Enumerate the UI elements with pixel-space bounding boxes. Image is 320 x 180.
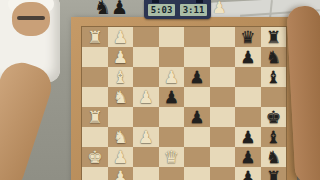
square-b3[interactable] [133, 47, 159, 67]
square-h1[interactable] [82, 167, 108, 180]
clock-button-right[interactable] [196, 0, 203, 3]
piece-wR-e1[interactable]: ♜ [87, 108, 102, 127]
square-f5[interactable] [184, 127, 210, 147]
piece-wP-f3[interactable]: ♟ [138, 128, 153, 147]
piece-bR-h8[interactable]: ♜ [266, 168, 281, 180]
square-b4[interactable] [159, 47, 185, 67]
piece-bP-f7[interactable]: ♟ [240, 128, 255, 147]
white-player-glasses [17, 16, 45, 20]
square-h2[interactable]: ♟ [108, 167, 134, 180]
square-b2[interactable]: ♟ [108, 47, 134, 67]
square-h6[interactable] [210, 167, 236, 180]
piece-bP-h7[interactable]: ♟ [240, 168, 255, 180]
piece-bR-a8[interactable]: ♜ [266, 28, 281, 47]
piece-bN-g8[interactable]: ♞ [266, 148, 281, 167]
square-a7[interactable]: ♛ [235, 27, 261, 47]
piece-wP-a2[interactable]: ♟ [113, 28, 128, 47]
square-f1[interactable] [82, 127, 108, 147]
piece-bP-e5[interactable]: ♟ [189, 108, 204, 127]
piece-wP-h2[interactable]: ♟ [113, 168, 128, 180]
square-c2[interactable]: ♝ [108, 67, 134, 87]
square-h8[interactable]: ♜ [261, 167, 287, 180]
square-f6[interactable] [210, 127, 236, 147]
piece-wN-d2[interactable]: ♞ [113, 88, 128, 107]
square-c5[interactable]: ♟ [184, 67, 210, 87]
piece-wQ-g4[interactable]: ♛ [164, 148, 179, 167]
square-b5[interactable] [184, 47, 210, 67]
square-c3[interactable] [133, 67, 159, 87]
piece-bB-f8[interactable]: ♝ [266, 128, 281, 147]
square-f3[interactable]: ♟ [133, 127, 159, 147]
square-c8[interactable]: ♝ [261, 67, 287, 87]
square-a2[interactable]: ♟ [108, 27, 134, 47]
piece-wK-g1[interactable]: ♚ [87, 148, 102, 167]
square-g5[interactable] [184, 147, 210, 167]
square-e2[interactable] [108, 107, 134, 127]
piece-bP-c5[interactable]: ♟ [189, 68, 204, 87]
square-g3[interactable] [133, 147, 159, 167]
square-g7[interactable]: ♟ [235, 147, 261, 167]
piece-wB-c2[interactable]: ♝ [113, 68, 128, 87]
piece-wP-g2[interactable]: ♟ [113, 148, 128, 167]
square-h5[interactable] [184, 167, 210, 180]
square-g1[interactable]: ♚ [82, 147, 108, 167]
square-e1[interactable]: ♜ [82, 107, 108, 127]
square-a6[interactable] [210, 27, 236, 47]
square-e3[interactable] [133, 107, 159, 127]
square-c6[interactable] [210, 67, 236, 87]
square-d8[interactable] [261, 87, 287, 107]
square-g2[interactable]: ♟ [108, 147, 134, 167]
piece-wP-b2[interactable]: ♟ [113, 48, 128, 67]
square-c1[interactable] [82, 67, 108, 87]
square-d2[interactable]: ♞ [108, 87, 134, 107]
square-a5[interactable] [184, 27, 210, 47]
square-c4[interactable]: ♟ [159, 67, 185, 87]
clock-button-left[interactable] [152, 0, 159, 3]
square-a3[interactable] [133, 27, 159, 47]
chess-clock[interactable]: 5:03 3:11 [144, 0, 211, 19]
clock-left-display: 5:03 [148, 4, 175, 16]
piece-wN-f2[interactable]: ♞ [113, 128, 128, 147]
piece-bP-d4[interactable]: ♟ [164, 88, 179, 107]
square-h3[interactable] [133, 167, 159, 180]
square-e5[interactable]: ♟ [184, 107, 210, 127]
square-c7[interactable] [235, 67, 261, 87]
square-a8[interactable]: ♜ [261, 27, 287, 47]
square-f7[interactable]: ♟ [235, 127, 261, 147]
square-b1[interactable] [82, 47, 108, 67]
square-b8[interactable]: ♞ [261, 47, 287, 67]
square-g6[interactable] [210, 147, 236, 167]
piece-bQ-a7[interactable]: ♛ [240, 28, 255, 47]
piece-bP-b7[interactable]: ♟ [240, 48, 255, 67]
square-a4[interactable] [159, 27, 185, 47]
clock-right-display: 3:11 [180, 4, 207, 16]
square-d3[interactable]: ♟ [133, 87, 159, 107]
square-f8[interactable]: ♝ [261, 127, 287, 147]
square-f4[interactable] [159, 127, 185, 147]
piece-bK-e8[interactable]: ♚ [266, 108, 281, 127]
square-g8[interactable]: ♞ [261, 147, 287, 167]
piece-bB-c8[interactable]: ♝ [266, 68, 281, 87]
square-e7[interactable] [235, 107, 261, 127]
square-e4[interactable] [159, 107, 185, 127]
captured-white-piece: ♟ [212, 0, 226, 16]
square-d7[interactable] [235, 87, 261, 107]
square-f2[interactable]: ♞ [108, 127, 134, 147]
piece-bN-b8[interactable]: ♞ [266, 48, 281, 67]
square-b6[interactable] [210, 47, 236, 67]
square-h7[interactable]: ♟ [235, 167, 261, 180]
square-g4[interactable]: ♛ [159, 147, 185, 167]
square-e8[interactable]: ♚ [261, 107, 287, 127]
square-h4[interactable] [159, 167, 185, 180]
piece-bP-g7[interactable]: ♟ [240, 148, 255, 167]
square-e6[interactable] [210, 107, 236, 127]
square-b7[interactable]: ♟ [235, 47, 261, 67]
board-frame: ♜♟♛♜♟♟♞♝♟♟♝♞♟♟♜♟♚♞♟♟♝♚♟♛♟♞♟♟♜ [71, 17, 297, 180]
square-d4[interactable]: ♟ [159, 87, 185, 107]
captured-black-pieces: ♞♟ [94, 0, 128, 17]
piece-wP-d3[interactable]: ♟ [138, 88, 153, 107]
piece-wP-c4[interactable]: ♟ [164, 68, 179, 87]
piece-wR-a1[interactable]: ♜ [87, 28, 102, 47]
chess-board: ♜♟♛♜♟♟♞♝♟♟♝♞♟♟♜♟♚♞♟♟♝♚♟♛♟♞♟♟♜ [81, 26, 287, 180]
square-d6[interactable] [210, 87, 236, 107]
square-d5[interactable] [184, 87, 210, 107]
square-a1[interactable]: ♜ [82, 27, 108, 47]
square-d1[interactable] [82, 87, 108, 107]
